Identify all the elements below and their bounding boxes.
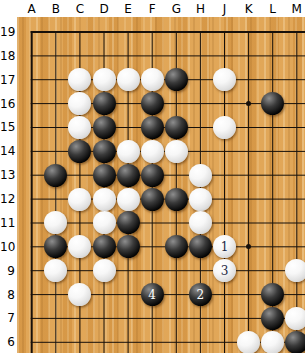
stone-black-G17 — [165, 68, 188, 91]
row-label-7: 7 — [0, 310, 15, 326]
stone-black-G15 — [165, 116, 188, 139]
move-number-1: 1 — [221, 241, 229, 253]
stone-black-F16 — [141, 92, 164, 115]
stone-white-C12 — [68, 188, 91, 211]
stone-black-H8: 2 — [189, 283, 212, 306]
row-label-15: 15 — [0, 119, 15, 135]
stone-black-D13 — [93, 164, 116, 187]
column-label-F: F — [142, 2, 162, 16]
stone-white-D9 — [93, 259, 116, 282]
stone-black-E13 — [117, 164, 140, 187]
stone-white-J15 — [213, 116, 236, 139]
stone-black-F13 — [141, 164, 164, 187]
row-label-11: 11 — [0, 215, 15, 231]
stone-black-F8: 4 — [141, 283, 164, 306]
stone-black-D14 — [93, 140, 116, 163]
stone-black-B13 — [44, 164, 67, 187]
stone-black-E10 — [117, 235, 140, 258]
stone-white-F17 — [141, 68, 164, 91]
stone-black-F12 — [141, 188, 164, 211]
column-label-D: D — [94, 2, 114, 16]
column-label-K: K — [239, 2, 259, 16]
row-label-9: 9 — [0, 263, 15, 279]
row-label-13: 13 — [0, 167, 15, 183]
row-label-12: 12 — [0, 191, 15, 207]
stone-white-G14 — [165, 140, 188, 163]
column-label-H: H — [190, 2, 210, 16]
stone-black-F15 — [141, 116, 164, 139]
row-label-10: 10 — [0, 239, 15, 255]
stone-white-D11 — [93, 211, 116, 234]
column-label-B: B — [46, 2, 66, 16]
stone-white-E12 — [117, 188, 140, 211]
stone-white-M7 — [285, 307, 305, 330]
go-board-diagram: ABCDEFGHJKLM 191817161514131211109876 13… — [0, 0, 305, 353]
stone-white-K6 — [237, 331, 260, 353]
move-number-2: 2 — [197, 289, 205, 301]
row-label-18: 18 — [0, 48, 15, 64]
stone-black-G10 — [165, 235, 188, 258]
stone-black-M6 — [285, 331, 305, 353]
column-label-L: L — [263, 2, 283, 16]
move-number-4: 4 — [148, 289, 156, 301]
stone-black-D16 — [93, 92, 116, 115]
column-label-J: J — [215, 2, 235, 16]
move-number-3: 3 — [221, 265, 229, 277]
stone-black-L7 — [261, 307, 284, 330]
stone-white-E14 — [117, 140, 140, 163]
stone-white-M9 — [285, 259, 305, 282]
column-label-A: A — [22, 2, 42, 16]
stone-white-D12 — [93, 188, 116, 211]
column-label-G: G — [166, 2, 186, 16]
column-label-C: C — [70, 2, 90, 16]
stone-white-D17 — [93, 68, 116, 91]
row-label-17: 17 — [0, 72, 15, 88]
stone-white-F14 — [141, 140, 164, 163]
stone-black-D15 — [93, 116, 116, 139]
row-label-6: 6 — [0, 334, 15, 350]
column-label-E: E — [118, 2, 138, 16]
stone-black-E11 — [117, 211, 140, 234]
stone-white-L6 — [261, 331, 284, 353]
stone-white-E17 — [117, 68, 140, 91]
stone-white-H13 — [189, 164, 212, 187]
row-label-8: 8 — [0, 287, 15, 303]
row-label-19: 19 — [0, 24, 15, 40]
stone-black-G12 — [165, 188, 188, 211]
column-label-M: M — [287, 2, 305, 16]
stone-white-H12 — [189, 188, 212, 211]
row-label-16: 16 — [0, 96, 15, 112]
stone-black-D10 — [93, 235, 116, 258]
row-label-14: 14 — [0, 143, 15, 159]
